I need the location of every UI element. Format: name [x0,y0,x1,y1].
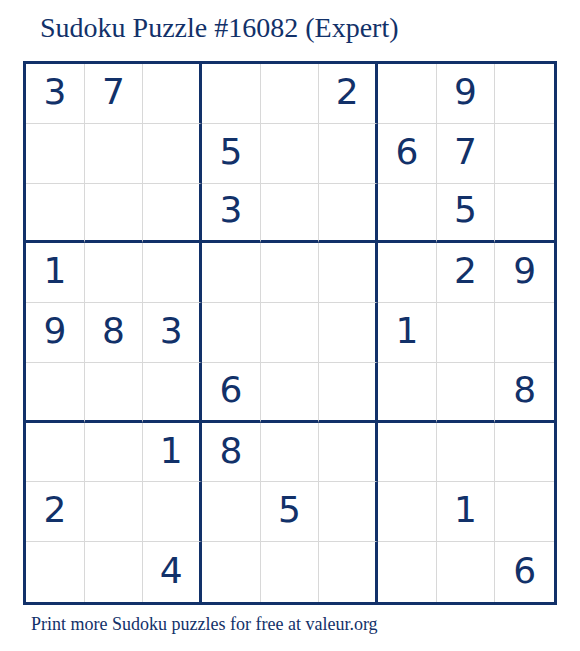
cell-r3c4: 3 [202,184,261,244]
cell-r4c3 [143,243,202,303]
cell-r5c4 [202,303,261,363]
cell-r5c8 [437,303,496,363]
cell-r7c4: 8 [202,423,261,483]
cell-r1c5 [261,64,320,124]
cell-r6c9: 8 [495,363,554,423]
cell-r9c3: 4 [143,542,202,602]
cell-r7c7 [378,423,437,483]
cell-r6c8 [437,363,496,423]
cell-r5c7: 1 [378,303,437,363]
cell-r9c7 [378,542,437,602]
cell-r9c6 [319,542,378,602]
cell-r1c8: 9 [437,64,496,124]
cell-r2c4: 5 [202,124,261,184]
page-title: Sudoku Puzzle #16082 (Expert) [40,12,399,44]
cell-r3c7 [378,184,437,244]
cell-r7c8 [437,423,496,483]
cell-r2c8: 7 [437,124,496,184]
cell-r4c5 [261,243,320,303]
cell-r2c7: 6 [378,124,437,184]
cell-r8c7 [378,482,437,542]
cell-r1c3 [143,64,202,124]
sudoku-board: 3729567351299831681825146 [23,61,557,605]
cell-r5c2: 8 [85,303,144,363]
cell-r8c5: 5 [261,482,320,542]
cell-r9c5 [261,542,320,602]
cell-r2c2 [85,124,144,184]
cell-r7c3: 1 [143,423,202,483]
cell-r8c8: 1 [437,482,496,542]
cell-r2c5 [261,124,320,184]
cell-r2c3 [143,124,202,184]
cell-r4c4 [202,243,261,303]
cell-r5c1: 9 [26,303,85,363]
cell-r1c7 [378,64,437,124]
cell-r1c1: 3 [26,64,85,124]
cell-r4c9: 9 [495,243,554,303]
cell-r6c6 [319,363,378,423]
cell-r8c2 [85,482,144,542]
footer-text: Print more Sudoku puzzles for free at va… [31,614,378,635]
cell-r1c4 [202,64,261,124]
cell-r1c6: 2 [319,64,378,124]
cell-r8c3 [143,482,202,542]
cell-r6c1 [26,363,85,423]
cell-r8c1: 2 [26,482,85,542]
cell-r8c6 [319,482,378,542]
cell-r5c5 [261,303,320,363]
cell-r6c4: 6 [202,363,261,423]
cell-r8c9 [495,482,554,542]
cell-r7c2 [85,423,144,483]
cell-r3c3 [143,184,202,244]
cell-r7c9 [495,423,554,483]
cell-r2c6 [319,124,378,184]
cell-r5c3: 3 [143,303,202,363]
cell-r5c9 [495,303,554,363]
cell-r1c2: 7 [85,64,144,124]
cell-r1c9 [495,64,554,124]
cell-r6c7 [378,363,437,423]
cell-r3c9 [495,184,554,244]
cell-r4c6 [319,243,378,303]
cell-r3c8: 5 [437,184,496,244]
cell-r3c2 [85,184,144,244]
cell-r9c1 [26,542,85,602]
cell-r2c9 [495,124,554,184]
cell-r7c6 [319,423,378,483]
cell-r6c5 [261,363,320,423]
cell-r2c1 [26,124,85,184]
cell-r4c8: 2 [437,243,496,303]
cell-r6c2 [85,363,144,423]
cell-r3c5 [261,184,320,244]
cell-r9c9: 6 [495,542,554,602]
cell-r5c6 [319,303,378,363]
cell-r4c7 [378,243,437,303]
cell-r6c3 [143,363,202,423]
cell-r7c1 [26,423,85,483]
cell-r4c1: 1 [26,243,85,303]
cell-r8c4 [202,482,261,542]
cell-r7c5 [261,423,320,483]
cell-r3c1 [26,184,85,244]
cell-r9c2 [85,542,144,602]
cell-r3c6 [319,184,378,244]
cell-r9c4 [202,542,261,602]
cell-r4c2 [85,243,144,303]
cell-r9c8 [437,542,496,602]
